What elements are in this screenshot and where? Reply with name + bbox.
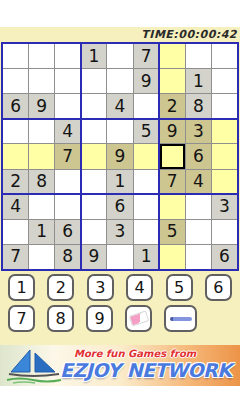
- cell-r5c6[interactable]: [134, 144, 159, 168]
- cell-r9c4[interactable]: 9: [81, 245, 106, 269]
- cell-r1c6[interactable]: 7: [134, 44, 159, 68]
- cell-r8c9[interactable]: [212, 220, 237, 244]
- cell-r5c2[interactable]: [29, 144, 54, 168]
- keypad-row-2: 789: [0, 305, 240, 332]
- cell-r8c1[interactable]: [3, 220, 28, 244]
- cell-r3c8[interactable]: 8: [186, 94, 211, 118]
- cell-r9c1[interactable]: 7: [3, 245, 28, 269]
- banner-tagline: More fun Games from: [74, 348, 196, 359]
- cell-r5c7[interactable]: [160, 144, 185, 168]
- cell-r7c4[interactable]: [81, 195, 106, 219]
- cell-r6c7[interactable]: 7: [160, 170, 185, 194]
- cell-r6c6[interactable]: [134, 170, 159, 194]
- cell-r2c5[interactable]: [107, 69, 132, 93]
- cell-r7c2[interactable]: [29, 195, 54, 219]
- sudoku-board: 179169428459379628174463163578916: [1, 42, 239, 271]
- eraser-icon: [128, 310, 149, 326]
- cell-r1c7[interactable]: [160, 44, 185, 68]
- digit-4-button[interactable]: 4: [126, 274, 153, 301]
- cell-r8c2[interactable]: 1: [29, 220, 54, 244]
- game-panel: TIME:00:00:42 17916942845937962817446316…: [0, 27, 240, 345]
- cell-r4c8[interactable]: 3: [186, 119, 211, 143]
- cell-r5c1[interactable]: [3, 144, 28, 168]
- cell-r4c5[interactable]: [107, 119, 132, 143]
- cell-r8c6[interactable]: [134, 220, 159, 244]
- cell-r3c9[interactable]: [212, 94, 237, 118]
- cell-r9c5[interactable]: [107, 245, 132, 269]
- cell-r8c7[interactable]: 5: [160, 220, 185, 244]
- ad-banner[interactable]: More fun Games from EZJOY NETWORK: [0, 345, 240, 386]
- cell-r3c4[interactable]: [81, 94, 106, 118]
- cell-r6c3[interactable]: [55, 170, 80, 194]
- cell-r4c1[interactable]: [3, 119, 28, 143]
- cell-r4c4[interactable]: [81, 119, 106, 143]
- banner-brand: EZJOY NETWORK: [60, 359, 231, 381]
- cell-r2c3[interactable]: [55, 69, 80, 93]
- cell-r8c4[interactable]: [81, 220, 106, 244]
- digit-8-button[interactable]: 8: [47, 305, 74, 332]
- digit-5-button[interactable]: 5: [166, 274, 193, 301]
- pen-icon: [170, 317, 192, 321]
- cell-r1c9[interactable]: [212, 44, 237, 68]
- cell-r8c8[interactable]: [186, 220, 211, 244]
- digit-7-button[interactable]: 7: [8, 305, 35, 332]
- cell-r6c9[interactable]: [212, 170, 237, 194]
- cell-r9c6[interactable]: 1: [134, 245, 159, 269]
- cell-r3c6[interactable]: [134, 94, 159, 118]
- cell-r2c2[interactable]: [29, 69, 54, 93]
- keypad-row-2-digits: 789: [8, 305, 113, 332]
- digit-6-button[interactable]: 6: [205, 274, 232, 301]
- cell-r3c1[interactable]: 6: [3, 94, 28, 118]
- cell-r5c4[interactable]: [81, 144, 106, 168]
- timer: TIME:00:00:42: [141, 28, 237, 41]
- cell-r4c3[interactable]: 4: [55, 119, 80, 143]
- cell-r3c7[interactable]: 2: [160, 94, 185, 118]
- cell-r9c2[interactable]: [29, 245, 54, 269]
- cell-r7c1[interactable]: 4: [3, 195, 28, 219]
- cell-r1c2[interactable]: [29, 44, 54, 68]
- cell-r9c8[interactable]: [186, 245, 211, 269]
- keypad-row-1: 123456: [0, 274, 240, 301]
- cell-r7c3[interactable]: [55, 195, 80, 219]
- cell-r7c6[interactable]: [134, 195, 159, 219]
- cell-r7c8[interactable]: [186, 195, 211, 219]
- cell-r6c2[interactable]: 8: [29, 170, 54, 194]
- cell-r6c4[interactable]: [81, 170, 106, 194]
- eraser-button[interactable]: [125, 305, 152, 332]
- cell-r1c1[interactable]: [3, 44, 28, 68]
- sudoku-app: TIME:00:00:42 17916942845937962817446316…: [0, 0, 240, 400]
- cell-r5c9[interactable]: [212, 144, 237, 168]
- cell-r3c5[interactable]: 4: [107, 94, 132, 118]
- cell-r7c5[interactable]: 6: [107, 195, 132, 219]
- pen-button[interactable]: [164, 305, 197, 332]
- cell-r6c1[interactable]: 2: [3, 170, 28, 194]
- cell-r2c1[interactable]: [3, 69, 28, 93]
- cell-r7c7[interactable]: [160, 195, 185, 219]
- cell-r2c8[interactable]: 1: [186, 69, 211, 93]
- cell-r2c6[interactable]: 9: [134, 69, 159, 93]
- cell-r1c5[interactable]: [107, 44, 132, 68]
- cell-r5c5[interactable]: 9: [107, 144, 132, 168]
- cell-r2c9[interactable]: [212, 69, 237, 93]
- cell-r8c3[interactable]: 6: [55, 220, 80, 244]
- digit-3-button[interactable]: 3: [87, 274, 114, 301]
- digit-9-button[interactable]: 9: [86, 305, 113, 332]
- cell-r1c4[interactable]: 1: [81, 44, 106, 68]
- cell-r4c7[interactable]: 9: [160, 119, 185, 143]
- sailboat-icon: [5, 347, 63, 385]
- cell-r2c4[interactable]: [81, 69, 106, 93]
- cell-r9c9[interactable]: 6: [212, 245, 237, 269]
- cell-r1c8[interactable]: [186, 44, 211, 68]
- cell-r3c3[interactable]: [55, 94, 80, 118]
- digit-1-button[interactable]: 1: [8, 274, 35, 301]
- cell-r5c3[interactable]: 7: [55, 144, 80, 168]
- cell-r6c5[interactable]: 1: [107, 170, 132, 194]
- cell-r4c6[interactable]: 5: [134, 119, 159, 143]
- cell-r9c7[interactable]: [160, 245, 185, 269]
- cell-r4c2[interactable]: [29, 119, 54, 143]
- cell-r8c5[interactable]: 3: [107, 220, 132, 244]
- digit-2-button[interactable]: 2: [47, 274, 74, 301]
- cell-r3c2[interactable]: 9: [29, 94, 54, 118]
- cell-r2c7[interactable]: [160, 69, 185, 93]
- cell-r4c9[interactable]: [212, 119, 237, 143]
- cell-r9c3[interactable]: 8: [55, 245, 80, 269]
- cell-r6c8[interactable]: 4: [186, 170, 211, 194]
- cell-r5c8[interactable]: 6: [186, 144, 211, 168]
- cell-r1c3[interactable]: [55, 44, 80, 68]
- cell-r7c9[interactable]: 3: [212, 195, 237, 219]
